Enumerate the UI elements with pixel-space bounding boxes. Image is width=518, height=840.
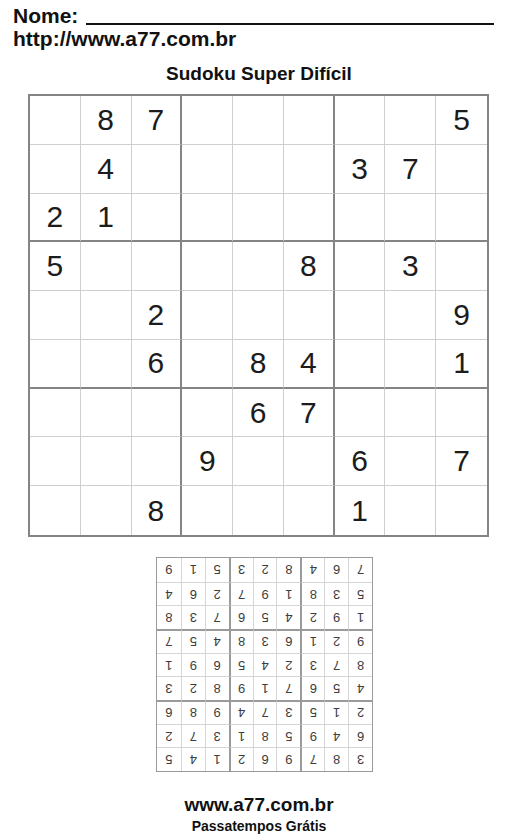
solution-cell-r9c9: 9 — [157, 558, 181, 582]
solution-cell-r7c5: 5 — [253, 605, 277, 629]
cell-r2c2: 4 — [81, 145, 132, 194]
solution-board-rotated: 3879621456495813722153749864567198238732… — [156, 557, 373, 772]
cell-r5c7 — [335, 291, 386, 340]
solution-cell-r9c6: 3 — [229, 558, 253, 582]
solution-cell-r1c5: 6 — [253, 747, 277, 771]
cell-r1c8 — [385, 96, 436, 145]
name-label: Nome: — [13, 4, 78, 28]
cell-r3c2: 1 — [81, 194, 132, 243]
solution-cell-r3c5: 7 — [253, 700, 277, 724]
cell-r1c2: 8 — [81, 96, 132, 145]
solution-cell-r2c1: 6 — [348, 724, 372, 748]
solution-cell-r1c4: 9 — [276, 747, 300, 771]
solution-cell-r9c1: 7 — [348, 558, 372, 582]
cell-r9c5 — [233, 486, 284, 535]
cell-r5c9: 9 — [436, 291, 487, 340]
solution-cell-r6c4: 6 — [276, 629, 300, 653]
cell-r9c8 — [385, 486, 436, 535]
cell-r5c6 — [284, 291, 335, 340]
solution-cell-r2c3: 9 — [300, 724, 324, 748]
solution-cell-r8c5: 9 — [253, 582, 277, 606]
solution-cell-r6c9: 7 — [157, 629, 181, 653]
cell-r1c4 — [182, 96, 233, 145]
sudoku-board: 875437215832968416796781 — [28, 94, 489, 537]
cell-r4c5 — [233, 242, 284, 291]
footer-site: www.a77.com.br — [0, 794, 518, 816]
cell-r1c1 — [30, 96, 81, 145]
solution-cell-r7c8: 3 — [181, 605, 205, 629]
solution-cell-r7c4: 4 — [276, 605, 300, 629]
cell-r7c6: 7 — [284, 389, 335, 438]
cell-r4c3 — [132, 242, 183, 291]
solution-cell-r2c4: 5 — [276, 724, 300, 748]
solution-cell-r9c2: 6 — [324, 558, 348, 582]
solution-cell-r8c3: 8 — [300, 582, 324, 606]
cell-r8c1 — [30, 437, 81, 486]
solution-cell-r5c7: 6 — [205, 653, 229, 677]
solution-cell-r8c8: 6 — [181, 582, 205, 606]
cell-r6c2 — [81, 340, 132, 389]
cell-r9c3: 8 — [132, 486, 183, 535]
solution-cell-r1c7: 1 — [205, 747, 229, 771]
solution-cell-r4c5: 1 — [253, 676, 277, 700]
cell-r6c7 — [335, 340, 386, 389]
solution-cell-r3c6: 4 — [229, 700, 253, 724]
solution-cell-r9c3: 4 — [300, 558, 324, 582]
cell-r2c9 — [436, 145, 487, 194]
cell-r8c9: 7 — [436, 437, 487, 486]
solution-cell-r8c7: 2 — [205, 582, 229, 606]
cell-r3c5 — [233, 194, 284, 243]
solution-cell-r5c1: 8 — [348, 653, 372, 677]
solution-cell-r4c6: 9 — [229, 676, 253, 700]
cell-r2c3 — [132, 145, 183, 194]
cell-r7c3 — [132, 389, 183, 438]
name-row: Nome: — [13, 4, 494, 28]
cell-r2c5 — [233, 145, 284, 194]
solution-cell-r5c3: 3 — [300, 653, 324, 677]
cell-r2c4 — [182, 145, 233, 194]
solution-cell-r8c2: 3 — [324, 582, 348, 606]
solution-cell-r6c8: 5 — [181, 629, 205, 653]
cell-r7c7 — [335, 389, 386, 438]
solution-cell-r1c3: 7 — [300, 747, 324, 771]
cell-r1c3: 7 — [132, 96, 183, 145]
cell-r8c4: 9 — [182, 437, 233, 486]
solution-cell-r1c6: 2 — [229, 747, 253, 771]
cell-r9c9 — [436, 486, 487, 535]
solution-cell-r6c7: 4 — [205, 629, 229, 653]
cell-r2c7: 3 — [335, 145, 386, 194]
solution-cell-r1c1: 3 — [348, 747, 372, 771]
cell-r7c2 — [81, 389, 132, 438]
footer-tagline: Passatempos Grátis — [0, 818, 518, 834]
cell-r6c9: 1 — [436, 340, 487, 389]
cell-r5c5 — [233, 291, 284, 340]
cell-r6c1 — [30, 340, 81, 389]
solution-cell-r2c2: 4 — [324, 724, 348, 748]
cell-r5c8 — [385, 291, 436, 340]
solution-cell-r1c9: 5 — [157, 747, 181, 771]
solution-cell-r8c6: 7 — [229, 582, 253, 606]
cell-r1c5 — [233, 96, 284, 145]
cell-r3c4 — [182, 194, 233, 243]
solution-cell-r5c8: 9 — [181, 653, 205, 677]
solution-cell-r1c2: 8 — [324, 747, 348, 771]
cell-r8c2 — [81, 437, 132, 486]
solution-cell-r6c1: 9 — [348, 629, 372, 653]
cell-r9c7: 1 — [335, 486, 386, 535]
cell-r6c8 — [385, 340, 436, 389]
cell-r9c1 — [30, 486, 81, 535]
cell-r8c6 — [284, 437, 335, 486]
cell-r1c6 — [284, 96, 335, 145]
cell-r9c2 — [81, 486, 132, 535]
cell-r7c9 — [436, 389, 487, 438]
solution-cell-r3c4: 3 — [276, 700, 300, 724]
cell-r5c4 — [182, 291, 233, 340]
solution-cell-r5c6: 5 — [229, 653, 253, 677]
solution-cell-r6c6: 8 — [229, 629, 253, 653]
solution-cell-r8c9: 4 — [157, 582, 181, 606]
cell-r4c9 — [436, 242, 487, 291]
cell-r2c8: 7 — [385, 145, 436, 194]
solution-cell-r3c1: 2 — [348, 700, 372, 724]
solution-cell-r6c3: 1 — [300, 629, 324, 653]
page-title: Sudoku Super Difícil — [0, 63, 518, 85]
cell-r4c4 — [182, 242, 233, 291]
cell-r3c6 — [284, 194, 335, 243]
cell-r4c8: 3 — [385, 242, 436, 291]
solution-cell-r4c7: 8 — [205, 676, 229, 700]
solution-cell-r3c3: 5 — [300, 700, 324, 724]
solution-cell-r2c9: 2 — [157, 724, 181, 748]
cell-r5c2 — [81, 291, 132, 340]
solution-cell-r7c2: 9 — [324, 605, 348, 629]
cell-r7c5: 6 — [233, 389, 284, 438]
solution-cell-r9c8: 1 — [181, 558, 205, 582]
solution-cell-r6c5: 3 — [253, 629, 277, 653]
cell-r1c7 — [335, 96, 386, 145]
cell-r4c2 — [81, 242, 132, 291]
solution-cell-r9c5: 2 — [253, 558, 277, 582]
page: Nome: http://www.a77.com.br Sudoku Super… — [0, 0, 518, 840]
solution-cell-r7c7: 7 — [205, 605, 229, 629]
solution-cell-r4c2: 5 — [324, 676, 348, 700]
cell-r3c8 — [385, 194, 436, 243]
solution-cell-r2c8: 7 — [181, 724, 205, 748]
solution-cell-r8c1: 5 — [348, 582, 372, 606]
cell-r4c7 — [335, 242, 386, 291]
cell-r8c8 — [385, 437, 436, 486]
solution-cell-r7c1: 1 — [348, 605, 372, 629]
cell-r3c1: 2 — [30, 194, 81, 243]
solution-cell-r2c7: 3 — [205, 724, 229, 748]
cell-r9c4 — [182, 486, 233, 535]
solution-cell-r8c4: 1 — [276, 582, 300, 606]
solution-cell-r3c7: 9 — [205, 700, 229, 724]
cell-r7c4 — [182, 389, 233, 438]
cell-r6c6: 4 — [284, 340, 335, 389]
cell-r4c1: 5 — [30, 242, 81, 291]
cell-r7c1 — [30, 389, 81, 438]
cell-r8c7: 6 — [335, 437, 386, 486]
solution-cell-r4c9: 3 — [157, 676, 181, 700]
solution-cell-r7c9: 8 — [157, 605, 181, 629]
solution-cell-r6c2: 2 — [324, 629, 348, 653]
solution-cell-r3c9: 6 — [157, 700, 181, 724]
cell-r5c3: 2 — [132, 291, 183, 340]
cell-r3c7 — [335, 194, 386, 243]
solution-cell-r5c9: 1 — [157, 653, 181, 677]
cell-r8c3 — [132, 437, 183, 486]
solution-cell-r2c5: 8 — [253, 724, 277, 748]
solution-cell-r9c7: 5 — [205, 558, 229, 582]
solution-cell-r4c3: 6 — [300, 676, 324, 700]
name-blank-line — [86, 22, 494, 25]
solution-cell-r1c8: 4 — [181, 747, 205, 771]
solution-cell-r4c1: 4 — [348, 676, 372, 700]
cell-r9c6 — [284, 486, 335, 535]
site-url: http://www.a77.com.br — [13, 27, 236, 51]
cell-r5c1 — [30, 291, 81, 340]
solution-cell-r5c4: 2 — [276, 653, 300, 677]
cell-r6c4 — [182, 340, 233, 389]
cell-r3c9 — [436, 194, 487, 243]
solution-cell-r4c8: 2 — [181, 676, 205, 700]
cell-r3c3 — [132, 194, 183, 243]
solution-cell-r2c6: 1 — [229, 724, 253, 748]
solution-cell-r5c2: 7 — [324, 653, 348, 677]
solution-cell-r7c6: 6 — [229, 605, 253, 629]
cell-r6c5: 8 — [233, 340, 284, 389]
solution-cell-r3c8: 8 — [181, 700, 205, 724]
cell-r2c1 — [30, 145, 81, 194]
solution-cell-r7c3: 2 — [300, 605, 324, 629]
cell-r8c5 — [233, 437, 284, 486]
cell-r1c9: 5 — [436, 96, 487, 145]
solution-cell-r4c4: 7 — [276, 676, 300, 700]
solution-cell-r3c2: 1 — [324, 700, 348, 724]
cell-r7c8 — [385, 389, 436, 438]
solution-cell-r9c4: 8 — [276, 558, 300, 582]
cell-r4c6: 8 — [284, 242, 335, 291]
solution-cell-r5c5: 4 — [253, 653, 277, 677]
cell-r2c6 — [284, 145, 335, 194]
cell-r6c3: 6 — [132, 340, 183, 389]
